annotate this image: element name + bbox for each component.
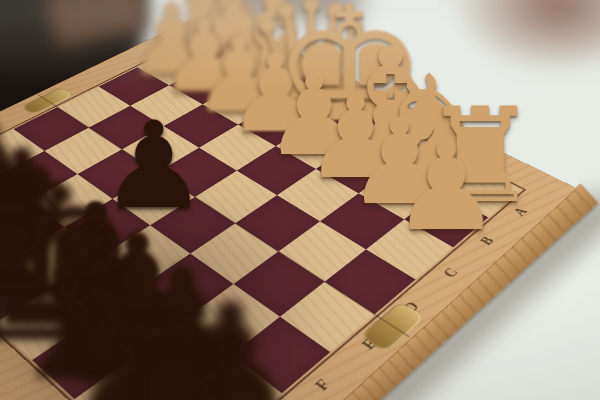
square	[0, 258, 50, 324]
square	[121, 396, 229, 400]
piece-black-queen: ♛	[0, 134, 92, 333]
square	[150, 197, 235, 254]
square	[231, 317, 330, 394]
square	[239, 65, 309, 103]
piece-black-rook: ♜	[96, 309, 254, 400]
square	[138, 49, 206, 85]
square	[65, 199, 151, 256]
square	[113, 172, 195, 225]
piece-white-bishop: ♝	[213, 0, 335, 112]
square	[199, 125, 276, 171]
square	[164, 104, 239, 147]
square	[359, 167, 440, 219]
square	[99, 67, 169, 106]
square	[276, 123, 352, 169]
square	[77, 149, 157, 199]
piece-black-pawn: ♟	[36, 187, 156, 321]
file-label: G	[233, 396, 314, 400]
square	[132, 319, 231, 396]
chess-board: ABCDEFGH	[0, 10, 576, 400]
square	[89, 286, 185, 357]
square	[404, 192, 488, 248]
square	[13, 227, 102, 288]
square	[102, 225, 191, 286]
square	[278, 221, 366, 281]
pieces-layer: ♜♞♝♛♚♝♞♜♟♟♟♟♟♟♟♟♟♟♟♟♟♟♟♟♜♞♝♛♚♝♞♜	[0, 0, 600, 400]
piece-black-pawn: ♟	[163, 284, 297, 400]
square	[0, 151, 77, 201]
piece-white-pawn: ♟	[304, 81, 406, 195]
piece-white-bishop: ♝	[324, 27, 457, 175]
dark-furniture-blur	[0, 10, 102, 174]
square	[440, 166, 521, 218]
piece-white-pawn: ♟	[392, 126, 501, 248]
square	[395, 143, 473, 192]
piece-black-pawn: ♟	[0, 109, 42, 230]
piece-white-rook: ♜	[159, 0, 255, 71]
square	[169, 66, 239, 104]
square	[277, 169, 359, 221]
square	[32, 322, 132, 399]
fold-seam	[37, 94, 410, 338]
piece-white-king: ♚	[271, 0, 427, 158]
foreground-shadow-haze	[0, 170, 330, 400]
piece-white-rook: ♜	[422, 90, 539, 221]
square	[179, 355, 282, 400]
piece-white-knight: ♞	[186, 0, 294, 91]
square	[325, 249, 416, 314]
piece-black-pawn: ♟	[0, 87, 9, 204]
square	[0, 229, 13, 291]
piece-black-knight: ♞	[0, 111, 4, 265]
square	[312, 102, 386, 145]
piece-white-pawn: ♟	[346, 103, 452, 221]
piece-white-knight: ♞	[371, 57, 497, 197]
piece-white-queen: ♛	[242, 0, 380, 134]
board-perspective-wrap: ABCDEFGH	[0, 0, 600, 400]
square	[237, 146, 316, 195]
piece-white-pawn: ♟	[264, 60, 364, 171]
square	[316, 144, 395, 193]
square	[238, 103, 312, 146]
square	[0, 289, 89, 361]
square	[30, 174, 113, 227]
piece-black-pawn: ♟	[0, 133, 78, 258]
piece-white-pawn: ♟	[127, 0, 216, 89]
dark-furniture-blur	[0, 0, 148, 96]
square	[185, 284, 280, 355]
square	[157, 148, 236, 197]
brass-hinge-far-icon	[22, 88, 73, 115]
piece-white-pawn: ♟	[192, 23, 286, 128]
square	[0, 201, 65, 258]
furniture-wood-blur	[222, 0, 360, 20]
square	[89, 106, 164, 150]
photo-scene: ABCDEFGH ♜♞♝♛♚♝♞♜♟♟♟♟♟♟♟♟♟♟♟♟♟♟♟♟♜♞♝♛♚♝♞…	[0, 0, 600, 400]
piece-white-pawn: ♟	[159, 6, 250, 108]
square	[234, 251, 325, 316]
square	[275, 83, 347, 124]
file-labels: ABCDEFGH	[0, 10, 576, 400]
square	[235, 195, 320, 251]
warm-blur-blob	[450, 0, 600, 72]
square	[0, 129, 45, 176]
piece-black-knight: ♞	[44, 257, 210, 400]
piece-black-pawn: ♟	[75, 216, 200, 355]
square	[0, 176, 30, 229]
piece-black-pawn: ♟	[117, 249, 246, 393]
square	[174, 32, 240, 66]
square	[142, 254, 234, 320]
piece-black-bishop: ♝	[0, 209, 170, 400]
furniture-wood-blur	[45, 0, 149, 49]
piece-black-bishop: ♝	[0, 124, 46, 298]
square	[75, 357, 179, 400]
square	[195, 171, 277, 224]
square	[366, 219, 453, 279]
piece-black-pawn: ♟	[100, 106, 208, 226]
square	[320, 193, 404, 249]
piece-white-pawn: ♟	[227, 41, 324, 149]
square	[190, 223, 278, 284]
square	[203, 84, 275, 125]
square	[206, 48, 274, 84]
vignette-overlay	[0, 0, 600, 400]
square	[14, 107, 89, 151]
square	[280, 282, 375, 352]
square	[352, 122, 428, 168]
square	[50, 256, 142, 322]
square	[45, 128, 122, 174]
square	[122, 126, 199, 172]
square	[130, 85, 202, 126]
piece-black-king: ♚	[0, 146, 142, 372]
square	[58, 87, 131, 128]
